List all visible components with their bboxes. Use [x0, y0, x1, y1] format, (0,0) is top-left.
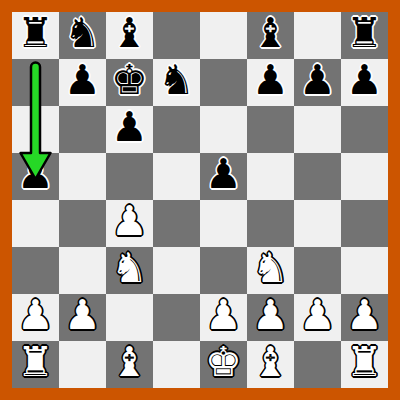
white-pawn[interactable]: ♟	[252, 292, 289, 339]
square-f5[interactable]	[247, 153, 294, 200]
square-f6[interactable]	[247, 106, 294, 153]
board-frame: ♜♞♝♝♜♟♚♞♟♟♟♟♟♟♟♞♞♟♟♟♟♟♟♜♝♚♝♜	[0, 0, 400, 400]
square-e8[interactable]	[200, 12, 247, 59]
square-d3[interactable]	[153, 247, 200, 294]
square-d5[interactable]	[153, 153, 200, 200]
chess-board: ♜♞♝♝♜♟♚♞♟♟♟♟♟♟♟♞♞♟♟♟♟♟♟♜♝♚♝♜	[12, 12, 388, 388]
square-g8[interactable]	[294, 12, 341, 59]
black-rook[interactable]: ♜	[17, 10, 54, 57]
square-c8[interactable]: ♝	[106, 12, 153, 59]
black-bishop[interactable]: ♝	[111, 10, 148, 57]
white-rook[interactable]: ♜	[346, 339, 383, 386]
square-e5[interactable]: ♟	[200, 153, 247, 200]
square-g3[interactable]	[294, 247, 341, 294]
square-h3[interactable]	[341, 247, 388, 294]
square-c2[interactable]	[106, 294, 153, 341]
black-pawn[interactable]: ♟	[111, 104, 148, 151]
black-knight[interactable]: ♞	[158, 57, 195, 104]
black-pawn[interactable]: ♟	[346, 57, 383, 104]
square-b2[interactable]: ♟	[59, 294, 106, 341]
white-king[interactable]: ♚	[205, 339, 242, 386]
white-pawn[interactable]: ♟	[205, 292, 242, 339]
square-d4[interactable]	[153, 200, 200, 247]
square-g5[interactable]	[294, 153, 341, 200]
square-h5[interactable]	[341, 153, 388, 200]
square-b6[interactable]	[59, 106, 106, 153]
square-e1[interactable]: ♚	[200, 341, 247, 388]
black-king[interactable]: ♚	[111, 57, 148, 104]
square-g7[interactable]: ♟	[294, 59, 341, 106]
white-pawn[interactable]: ♟	[111, 198, 148, 245]
square-b3[interactable]	[59, 247, 106, 294]
square-e7[interactable]	[200, 59, 247, 106]
square-c6[interactable]: ♟	[106, 106, 153, 153]
square-f2[interactable]: ♟	[247, 294, 294, 341]
square-d2[interactable]	[153, 294, 200, 341]
black-pawn[interactable]: ♟	[64, 57, 101, 104]
white-bishop[interactable]: ♝	[111, 339, 148, 386]
square-g6[interactable]	[294, 106, 341, 153]
square-a4[interactable]	[12, 200, 59, 247]
square-f1[interactable]: ♝	[247, 341, 294, 388]
square-h7[interactable]: ♟	[341, 59, 388, 106]
black-pawn[interactable]: ♟	[17, 151, 54, 198]
square-a6[interactable]	[12, 106, 59, 153]
white-pawn[interactable]: ♟	[17, 292, 54, 339]
square-f4[interactable]	[247, 200, 294, 247]
square-d8[interactable]	[153, 12, 200, 59]
black-knight[interactable]: ♞	[64, 10, 101, 57]
black-pawn[interactable]: ♟	[299, 57, 336, 104]
square-f3[interactable]: ♞	[247, 247, 294, 294]
white-pawn[interactable]: ♟	[64, 292, 101, 339]
white-pawn[interactable]: ♟	[346, 292, 383, 339]
square-h2[interactable]: ♟	[341, 294, 388, 341]
white-knight[interactable]: ♞	[111, 245, 148, 292]
square-f7[interactable]: ♟	[247, 59, 294, 106]
square-a1[interactable]: ♜	[12, 341, 59, 388]
square-c4[interactable]: ♟	[106, 200, 153, 247]
square-a7[interactable]	[12, 59, 59, 106]
square-b1[interactable]	[59, 341, 106, 388]
square-e3[interactable]	[200, 247, 247, 294]
square-e4[interactable]	[200, 200, 247, 247]
white-rook[interactable]: ♜	[17, 339, 54, 386]
square-a3[interactable]	[12, 247, 59, 294]
square-h1[interactable]: ♜	[341, 341, 388, 388]
square-b7[interactable]: ♟	[59, 59, 106, 106]
square-g1[interactable]	[294, 341, 341, 388]
square-d1[interactable]	[153, 341, 200, 388]
black-rook[interactable]: ♜	[346, 10, 383, 57]
white-knight[interactable]: ♞	[252, 245, 289, 292]
black-pawn[interactable]: ♟	[252, 57, 289, 104]
square-h8[interactable]: ♜	[341, 12, 388, 59]
square-h6[interactable]	[341, 106, 388, 153]
black-bishop[interactable]: ♝	[252, 10, 289, 57]
square-c3[interactable]: ♞	[106, 247, 153, 294]
square-c5[interactable]	[106, 153, 153, 200]
square-a2[interactable]: ♟	[12, 294, 59, 341]
square-b8[interactable]: ♞	[59, 12, 106, 59]
square-b4[interactable]	[59, 200, 106, 247]
square-d7[interactable]: ♞	[153, 59, 200, 106]
square-e6[interactable]	[200, 106, 247, 153]
black-pawn[interactable]: ♟	[205, 151, 242, 198]
square-h4[interactable]	[341, 200, 388, 247]
square-d6[interactable]	[153, 106, 200, 153]
square-g2[interactable]: ♟	[294, 294, 341, 341]
square-e2[interactable]: ♟	[200, 294, 247, 341]
square-f8[interactable]: ♝	[247, 12, 294, 59]
white-bishop[interactable]: ♝	[252, 339, 289, 386]
square-b5[interactable]	[59, 153, 106, 200]
square-c1[interactable]: ♝	[106, 341, 153, 388]
square-a8[interactable]: ♜	[12, 12, 59, 59]
square-a5[interactable]: ♟	[12, 153, 59, 200]
square-c7[interactable]: ♚	[106, 59, 153, 106]
square-g4[interactable]	[294, 200, 341, 247]
white-pawn[interactable]: ♟	[299, 292, 336, 339]
